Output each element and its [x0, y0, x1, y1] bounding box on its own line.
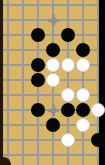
black-stone-P13	[31, 58, 46, 73]
white-stone-Q13	[46, 58, 61, 73]
grid-row-15	[3, 34, 100, 35]
white-stone-S9	[76, 118, 91, 133]
hoshi-Q16	[51, 18, 56, 23]
white-stone-R11	[61, 88, 76, 103]
black-stone-S10	[76, 103, 91, 118]
grid-row-8	[3, 139, 100, 140]
grid-row-17	[3, 4, 100, 5]
black-stone-P15	[31, 28, 46, 43]
white-stone-S11	[76, 88, 91, 103]
black-stone-R10	[61, 103, 76, 118]
black-stone-S14	[76, 43, 91, 58]
black-stone-Q9	[46, 118, 61, 133]
black-stone-R15	[61, 28, 76, 43]
white-stone-R13	[61, 58, 76, 73]
hoshi-Q10	[51, 108, 56, 113]
black-stone-Q14	[46, 43, 61, 58]
white-stone-S13	[76, 58, 91, 73]
white-stone-R8	[61, 133, 76, 148]
grid-row-7	[3, 154, 100, 155]
black-stone-P12	[31, 73, 46, 88]
white-stone-Q12	[46, 73, 61, 88]
go-board[interactable]	[0, 0, 105, 165]
black-stone-P10	[31, 103, 46, 118]
board-left-border	[0, 0, 3, 165]
